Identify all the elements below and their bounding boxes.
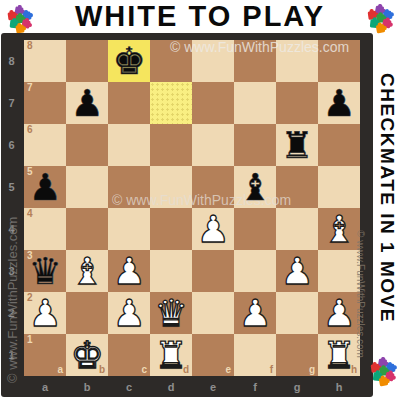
square-h7[interactable]: ♟ <box>318 82 360 124</box>
piece-white-pawn[interactable]: ♟ <box>234 292 276 334</box>
rank-label-4: 4 <box>1 208 22 250</box>
square-f4[interactable] <box>234 208 276 250</box>
square-e3[interactable] <box>192 250 234 292</box>
square-b8[interactable] <box>66 40 108 82</box>
chess-board: © www.FunWithPuzzles.com © www.FunWithPu… <box>24 40 360 376</box>
square-f5[interactable]: ♝ <box>234 166 276 208</box>
square-a5[interactable]: 5♟ <box>24 166 66 208</box>
square-f3[interactable] <box>234 250 276 292</box>
piece-white-pawn[interactable]: ♟ <box>318 292 360 334</box>
square-d5[interactable] <box>150 166 192 208</box>
square-d1[interactable]: d♜ <box>150 334 192 376</box>
square-coord-rank-label: 1 <box>27 335 33 345</box>
square-b7[interactable]: ♟ <box>66 82 108 124</box>
chess-board-frame: 87654321 abcdefgh © www.FunWithPuzzles.c… <box>1 33 373 397</box>
rank-label-5: 5 <box>1 166 22 208</box>
square-d6[interactable] <box>150 124 192 166</box>
square-h4[interactable]: ♝ <box>318 208 360 250</box>
square-coord-file-label: c <box>141 365 147 375</box>
square-a2[interactable]: 2♟ <box>24 292 66 334</box>
square-a3[interactable]: 3♛ <box>24 250 66 292</box>
square-b1[interactable]: b♚ <box>66 334 108 376</box>
square-d4[interactable] <box>150 208 192 250</box>
square-b6[interactable] <box>66 124 108 166</box>
file-label-g: g <box>276 377 318 397</box>
checkmate-banner: CHECKMATE IN 1 MOVE <box>373 37 400 359</box>
file-label-d: d <box>150 377 192 397</box>
square-a1[interactable]: 1a <box>24 334 66 376</box>
square-h5[interactable] <box>318 166 360 208</box>
square-coord-file-label: g <box>309 365 315 375</box>
square-coord-rank-label: 6 <box>27 125 33 135</box>
square-c3[interactable]: ♟ <box>108 250 150 292</box>
square-c2[interactable]: ♟ <box>108 292 150 334</box>
square-d7[interactable] <box>150 82 192 124</box>
rank-label-7: 7 <box>1 82 22 124</box>
piece-white-pawn[interactable]: ♟ <box>24 292 66 334</box>
square-g1[interactable]: g <box>276 334 318 376</box>
file-label-f: f <box>234 377 276 397</box>
piece-black-pawn[interactable]: ♟ <box>66 82 108 124</box>
square-e7[interactable] <box>192 82 234 124</box>
piece-black-queen[interactable]: ♛ <box>24 250 66 292</box>
piece-white-bishop[interactable]: ♝ <box>318 208 360 250</box>
piece-white-pawn[interactable]: ♟ <box>108 250 150 292</box>
square-b2[interactable] <box>66 292 108 334</box>
square-e5[interactable] <box>192 166 234 208</box>
square-g6[interactable]: ♜ <box>276 124 318 166</box>
piece-white-king[interactable]: ♚ <box>66 334 108 376</box>
square-f7[interactable] <box>234 82 276 124</box>
rank-label-6: 6 <box>1 124 22 166</box>
square-h3[interactable] <box>318 250 360 292</box>
piece-white-bishop[interactable]: ♝ <box>66 250 108 292</box>
square-h6[interactable] <box>318 124 360 166</box>
piece-white-rook[interactable]: ♜ <box>150 334 192 376</box>
piece-white-pawn[interactable]: ♟ <box>108 292 150 334</box>
chess-puzzle-page: WHITE TO PLAY 87654321 abcdefgh © www.Fu… <box>0 0 400 400</box>
square-coord-rank-label: 4 <box>27 209 33 219</box>
square-g4[interactable] <box>276 208 318 250</box>
square-e1[interactable]: e <box>192 334 234 376</box>
square-a6[interactable]: 6 <box>24 124 66 166</box>
piece-black-bishop[interactable]: ♝ <box>234 166 276 208</box>
piece-black-pawn[interactable]: ♟ <box>24 166 66 208</box>
piece-white-pawn[interactable]: ♟ <box>276 250 318 292</box>
piece-white-queen[interactable]: ♛ <box>150 292 192 334</box>
square-f1[interactable]: f <box>234 334 276 376</box>
square-c6[interactable] <box>108 124 150 166</box>
puzzle-pieces-icon <box>367 357 400 390</box>
square-coord-file-label: a <box>57 365 63 375</box>
square-coord-file-label: e <box>225 365 231 375</box>
square-c1[interactable]: c <box>108 334 150 376</box>
piece-white-pawn[interactable]: ♟ <box>192 208 234 250</box>
square-e4[interactable]: ♟ <box>192 208 234 250</box>
square-a4[interactable]: 4 <box>24 208 66 250</box>
square-h8[interactable] <box>318 40 360 82</box>
square-g8[interactable] <box>276 40 318 82</box>
square-d3[interactable] <box>150 250 192 292</box>
square-b5[interactable] <box>66 166 108 208</box>
square-g7[interactable] <box>276 82 318 124</box>
square-e8[interactable] <box>192 40 234 82</box>
square-coord-file-label: f <box>270 365 273 375</box>
file-label-c: c <box>108 377 150 397</box>
square-g5[interactable] <box>276 166 318 208</box>
square-h2[interactable]: ♟ <box>318 292 360 334</box>
square-c7[interactable] <box>108 82 150 124</box>
piece-black-pawn[interactable]: ♟ <box>318 82 360 124</box>
page-title: WHITE TO PLAY <box>36 0 364 33</box>
square-b3[interactable]: ♝ <box>66 250 108 292</box>
square-e2[interactable] <box>192 292 234 334</box>
square-f6[interactable] <box>234 124 276 166</box>
square-d2[interactable]: ♛ <box>150 292 192 334</box>
square-h1[interactable]: h♜ <box>318 334 360 376</box>
square-d8[interactable] <box>150 40 192 82</box>
title-bar: WHITE TO PLAY <box>0 0 400 33</box>
file-label-a: a <box>24 377 66 397</box>
square-coord-rank-label: 7 <box>27 83 33 93</box>
file-label-b: b <box>66 377 108 397</box>
square-c5[interactable] <box>108 166 150 208</box>
piece-black-king[interactable]: ♚ <box>108 40 150 82</box>
square-coord-rank-label: 8 <box>27 41 33 51</box>
piece-black-rook[interactable]: ♜ <box>276 124 318 166</box>
square-c8[interactable]: ♚ <box>108 40 150 82</box>
square-a8[interactable]: 8 <box>24 40 66 82</box>
file-label-h: h <box>318 377 360 397</box>
square-g3[interactable]: ♟ <box>276 250 318 292</box>
rank-label-3: 3 <box>1 250 22 292</box>
piece-white-rook[interactable]: ♜ <box>318 334 360 376</box>
square-f2[interactable]: ♟ <box>234 292 276 334</box>
file-label-e: e <box>192 377 234 397</box>
square-e6[interactable] <box>192 124 234 166</box>
square-b4[interactable] <box>66 208 108 250</box>
square-f8[interactable] <box>234 40 276 82</box>
square-c4[interactable] <box>108 208 150 250</box>
square-g2[interactable] <box>276 292 318 334</box>
rank-label-2: 2 <box>1 292 22 334</box>
rank-label-8: 8 <box>1 40 22 82</box>
square-a7[interactable]: 7 <box>24 82 66 124</box>
rank-label-1: 1 <box>1 334 22 376</box>
